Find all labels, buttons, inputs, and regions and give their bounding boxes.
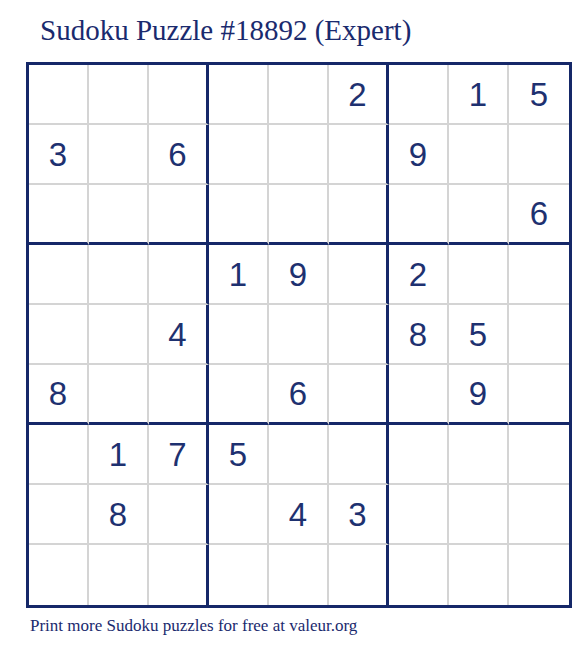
- cell-r8c1: [29, 485, 89, 545]
- cell-r9c7: [389, 545, 449, 605]
- cell-r6c7: [389, 365, 449, 425]
- cell-r5c2: [89, 305, 149, 365]
- cell-r4c3: [149, 245, 209, 305]
- cell-r1c5: [269, 65, 329, 125]
- sudoku-page: Sudoku Puzzle #18892 (Expert) 2153696192…: [0, 0, 580, 651]
- cell-r1c7: [389, 65, 449, 125]
- cell-r2c6: [329, 125, 389, 185]
- cell-r8c5: 4: [269, 485, 329, 545]
- cell-r8c6: 3: [329, 485, 389, 545]
- cell-r4c2: [89, 245, 149, 305]
- cell-r3c3: [149, 185, 209, 245]
- cell-r2c8: [449, 125, 509, 185]
- sudoku-board: 2153696192485869175843: [26, 62, 572, 608]
- cell-r9c2: [89, 545, 149, 605]
- cell-r6c9: [509, 365, 569, 425]
- cell-r9c6: [329, 545, 389, 605]
- cell-r2c4: [209, 125, 269, 185]
- cell-r4c5: 9: [269, 245, 329, 305]
- cell-r4c4: 1: [209, 245, 269, 305]
- cell-r7c3: 7: [149, 425, 209, 485]
- cell-r8c9: [509, 485, 569, 545]
- cell-r5c6: [329, 305, 389, 365]
- cell-r7c1: [29, 425, 89, 485]
- cell-r4c6: [329, 245, 389, 305]
- cell-r4c7: 2: [389, 245, 449, 305]
- cell-r1c6: 2: [329, 65, 389, 125]
- cell-r6c4: [209, 365, 269, 425]
- cell-r9c4: [209, 545, 269, 605]
- cell-r9c9: [509, 545, 569, 605]
- cell-r9c1: [29, 545, 89, 605]
- cell-r8c7: [389, 485, 449, 545]
- cell-r1c2: [89, 65, 149, 125]
- cell-r9c5: [269, 545, 329, 605]
- cell-r7c2: 1: [89, 425, 149, 485]
- cell-r5c3: 4: [149, 305, 209, 365]
- cell-r2c2: [89, 125, 149, 185]
- cell-r4c1: [29, 245, 89, 305]
- cell-r7c9: [509, 425, 569, 485]
- cell-r3c9: 6: [509, 185, 569, 245]
- cell-r8c2: 8: [89, 485, 149, 545]
- cell-r5c9: [509, 305, 569, 365]
- cell-r8c3: [149, 485, 209, 545]
- cell-r7c6: [329, 425, 389, 485]
- cell-r3c1: [29, 185, 89, 245]
- page-title: Sudoku Puzzle #18892 (Expert): [40, 14, 411, 47]
- cell-r1c8: 1: [449, 65, 509, 125]
- cell-r1c3: [149, 65, 209, 125]
- cell-r4c9: [509, 245, 569, 305]
- cell-r5c8: 5: [449, 305, 509, 365]
- cell-r7c5: [269, 425, 329, 485]
- cell-r8c4: [209, 485, 269, 545]
- cell-r9c3: [149, 545, 209, 605]
- cell-r5c5: [269, 305, 329, 365]
- cell-r2c1: 3: [29, 125, 89, 185]
- footer-text: Print more Sudoku puzzles for free at va…: [30, 616, 357, 636]
- cell-r3c2: [89, 185, 149, 245]
- cell-r3c7: [389, 185, 449, 245]
- cell-r6c1: 8: [29, 365, 89, 425]
- cell-r7c7: [389, 425, 449, 485]
- cell-r3c8: [449, 185, 509, 245]
- cell-r6c5: 6: [269, 365, 329, 425]
- cell-r3c4: [209, 185, 269, 245]
- cell-r2c5: [269, 125, 329, 185]
- cell-r1c4: [209, 65, 269, 125]
- cell-r3c6: [329, 185, 389, 245]
- cell-r2c7: 9: [389, 125, 449, 185]
- cell-r8c8: [449, 485, 509, 545]
- cell-r1c9: 5: [509, 65, 569, 125]
- cell-r3c5: [269, 185, 329, 245]
- cell-r6c8: 9: [449, 365, 509, 425]
- cell-r6c2: [89, 365, 149, 425]
- cell-r6c6: [329, 365, 389, 425]
- cell-r9c8: [449, 545, 509, 605]
- cell-r1c1: [29, 65, 89, 125]
- cell-r7c4: 5: [209, 425, 269, 485]
- cell-r2c9: [509, 125, 569, 185]
- cell-r5c1: [29, 305, 89, 365]
- cell-r2c3: 6: [149, 125, 209, 185]
- cell-r7c8: [449, 425, 509, 485]
- cell-r6c3: [149, 365, 209, 425]
- cell-r5c7: 8: [389, 305, 449, 365]
- cell-r5c4: [209, 305, 269, 365]
- cell-r4c8: [449, 245, 509, 305]
